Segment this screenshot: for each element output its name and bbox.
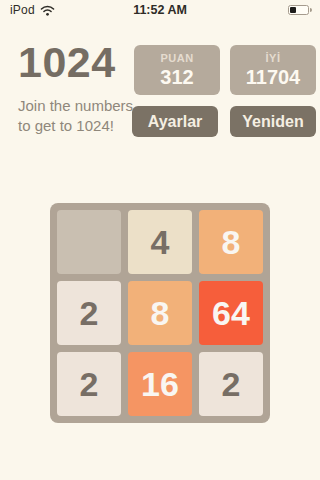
battery-icon	[288, 5, 312, 15]
subtitle-line-2: to get to 1024!	[18, 117, 114, 134]
tile-r1c2: 64	[199, 281, 263, 345]
subtitle: Join the numbers to get to 1024!	[18, 96, 148, 136]
score-value: 312	[134, 66, 220, 89]
score-label: PUAN	[134, 52, 220, 64]
clock: 11:52 AM	[0, 3, 320, 17]
best-score-box: İYİ 11704	[230, 45, 316, 95]
tile-r1c1: 8	[128, 281, 192, 345]
tile-r2c2: 2	[199, 352, 263, 416]
score-box: PUAN 312	[134, 45, 220, 95]
tile-r0c1: 4	[128, 210, 192, 274]
best-value: 11704	[230, 66, 316, 89]
status-bar: iPod 11:52 AM	[0, 0, 320, 20]
restart-button[interactable]: Yeniden	[230, 106, 316, 137]
tile-r0c2: 8	[199, 210, 263, 274]
game-board[interactable]: 4 8 2 8 64 2 16 2	[50, 203, 270, 423]
tile-r2c0: 2	[57, 352, 121, 416]
page-title: 1024	[18, 38, 116, 87]
best-label: İYİ	[230, 52, 316, 64]
tile-r2c1: 16	[128, 352, 192, 416]
tile-r0c0	[57, 210, 121, 274]
settings-button[interactable]: Ayarlar	[132, 106, 218, 137]
subtitle-line-1: Join the numbers	[18, 97, 133, 114]
tile-r1c0: 2	[57, 281, 121, 345]
